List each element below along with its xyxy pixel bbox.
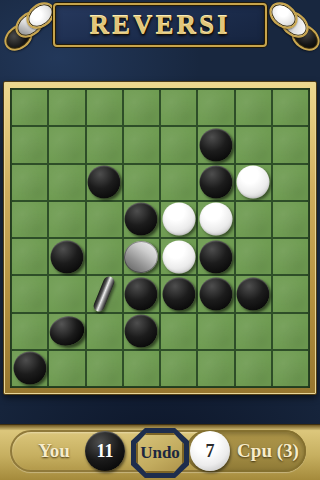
board-cell[interactable] — [236, 165, 271, 200]
board-cell[interactable] — [198, 165, 233, 200]
board-cell[interactable] — [236, 239, 271, 274]
board-cell[interactable] — [87, 351, 122, 386]
board-cell[interactable] — [49, 314, 84, 349]
white-disc — [237, 166, 270, 199]
board-cell[interactable] — [273, 276, 308, 311]
black-disc — [162, 277, 195, 310]
board-cell[interactable] — [49, 165, 84, 200]
page-title: REVERSI — [55, 5, 265, 45]
board-cell[interactable] — [273, 165, 308, 200]
black-disc — [50, 240, 83, 273]
reversi-board — [10, 88, 310, 388]
title-plaque: REVERSI — [53, 3, 267, 47]
board-cell[interactable] — [198, 202, 233, 237]
board-cell[interactable] — [49, 239, 84, 274]
board-cell[interactable] — [236, 314, 271, 349]
board-cell[interactable] — [161, 314, 196, 349]
board-cell[interactable] — [124, 351, 159, 386]
board-cell[interactable] — [236, 90, 271, 125]
black-disc — [125, 277, 158, 310]
board-cell[interactable] — [87, 276, 122, 311]
board-cell[interactable] — [49, 276, 84, 311]
reversi-app: REVERSI You 11 Undo 7 Cpu (3) — [0, 0, 320, 480]
board-cell[interactable] — [49, 202, 84, 237]
board-cell[interactable] — [124, 239, 159, 274]
black-disc — [199, 240, 232, 273]
board-cell[interactable] — [198, 127, 233, 162]
board-cell[interactable] — [273, 90, 308, 125]
board-cell[interactable] — [198, 239, 233, 274]
board-cell[interactable] — [198, 90, 233, 125]
board-frame — [3, 81, 317, 395]
board-cell[interactable] — [124, 314, 159, 349]
board-cell[interactable] — [273, 351, 308, 386]
board-cell[interactable] — [12, 314, 47, 349]
board-cell[interactable] — [273, 239, 308, 274]
white-disc — [199, 203, 232, 236]
black-disc — [237, 277, 270, 310]
board-cell[interactable] — [49, 351, 84, 386]
board-cell[interactable] — [161, 90, 196, 125]
board-cell[interactable] — [273, 314, 308, 349]
board-cell[interactable] — [12, 239, 47, 274]
cpu-label: Cpu (3) — [232, 425, 304, 477]
board-cell[interactable] — [12, 351, 47, 386]
board-cell[interactable] — [273, 127, 308, 162]
black-disc — [88, 166, 121, 199]
black-disc — [199, 166, 232, 199]
score-bar: You 11 Undo 7 Cpu (3) — [0, 424, 320, 480]
board-cell[interactable] — [12, 127, 47, 162]
board-cell[interactable] — [273, 202, 308, 237]
white-disc — [162, 203, 195, 236]
board-cell[interactable] — [198, 351, 233, 386]
board-cell[interactable] — [161, 165, 196, 200]
board-cell[interactable] — [49, 127, 84, 162]
board-cell[interactable] — [87, 239, 122, 274]
player-score-disc: 11 — [85, 431, 125, 471]
board-cell[interactable] — [87, 127, 122, 162]
player-label: You — [24, 425, 84, 477]
board-cell[interactable] — [198, 314, 233, 349]
board-cell[interactable] — [12, 165, 47, 200]
board-cell[interactable] — [161, 351, 196, 386]
board-cell[interactable] — [87, 90, 122, 125]
board-cell[interactable] — [236, 202, 271, 237]
black-disc — [199, 277, 232, 310]
board-cell[interactable] — [124, 202, 159, 237]
board-cell[interactable] — [124, 127, 159, 162]
board-cell[interactable] — [12, 202, 47, 237]
black-disc — [13, 352, 46, 385]
board-cell[interactable] — [161, 127, 196, 162]
black-disc — [125, 315, 158, 348]
board-cell[interactable] — [124, 165, 159, 200]
undo-button-frame: Undo — [131, 428, 189, 478]
board-cell[interactable] — [236, 276, 271, 311]
board-cell[interactable] — [236, 351, 271, 386]
board-cell[interactable] — [161, 276, 196, 311]
black-disc — [199, 128, 232, 161]
board-cell[interactable] — [124, 90, 159, 125]
board-cell[interactable] — [236, 127, 271, 162]
board-cell[interactable] — [49, 90, 84, 125]
black-disc — [125, 203, 158, 236]
board-cell[interactable] — [87, 314, 122, 349]
flipping-disc-edge — [92, 275, 116, 313]
board-cell[interactable] — [198, 276, 233, 311]
white-disc — [162, 240, 195, 273]
cpu-score-disc: 7 — [190, 431, 230, 471]
black-disc-tilted — [46, 313, 87, 350]
board-cell[interactable] — [87, 165, 122, 200]
board-cell[interactable] — [161, 239, 196, 274]
undo-button[interactable]: Undo — [136, 433, 184, 473]
board-cell[interactable] — [12, 276, 47, 311]
board-cell[interactable] — [87, 202, 122, 237]
board-cell[interactable] — [12, 90, 47, 125]
board-cell[interactable] — [161, 202, 196, 237]
board-cell[interactable] — [124, 276, 159, 311]
flipping-disc-face — [122, 238, 161, 275]
